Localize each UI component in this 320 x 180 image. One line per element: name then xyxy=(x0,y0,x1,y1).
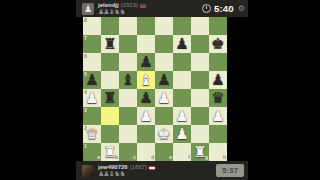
square-f7[interactable]: ♟ xyxy=(173,35,191,53)
square-b8[interactable] xyxy=(101,17,119,35)
square-g4[interactable] xyxy=(191,89,209,107)
rank-label-7: 7 xyxy=(84,36,87,41)
piece-white-pawn[interactable]: ♟ xyxy=(173,107,191,125)
piece-white-pawn[interactable]: ♟ xyxy=(137,107,155,125)
top-player-clock: 5:40 xyxy=(214,3,234,14)
piece-black-rook[interactable]: ♜ xyxy=(101,89,119,107)
piece-white-pawn[interactable]: ♟ xyxy=(173,125,191,143)
top-player-bar: ♟ jelendjj (1919) ♟♟♝♞♞ 5:40 ⚙ xyxy=(76,0,248,17)
square-a7[interactable]: 7 xyxy=(83,35,101,53)
piece-white-bishop[interactable]: ♝ xyxy=(137,71,155,89)
square-g7[interactable] xyxy=(191,35,209,53)
bottom-player-avatar[interactable] xyxy=(82,165,94,177)
square-d5[interactable]: ♝ xyxy=(137,71,155,89)
square-c2[interactable] xyxy=(119,125,137,143)
piece-black-queen[interactable]: ♛ xyxy=(209,89,227,107)
square-h3[interactable]: ♟ xyxy=(209,107,227,125)
bottom-player-rating: (1667) xyxy=(130,164,147,171)
bottom-player-info: jew490726 (1667) ♟♟♝♞♞ xyxy=(98,164,155,177)
piece-black-pawn[interactable]: ♟ xyxy=(173,35,191,53)
square-d7[interactable] xyxy=(137,35,155,53)
square-f5[interactable] xyxy=(173,71,191,89)
file-label-d: d xyxy=(151,155,154,160)
square-h1[interactable]: h xyxy=(209,143,227,161)
square-c7[interactable] xyxy=(119,35,137,53)
piece-black-pawn[interactable]: ♟ xyxy=(209,71,227,89)
bottom-player-flag-icon xyxy=(149,166,155,170)
top-right-controls: 5:40 ⚙ xyxy=(202,3,245,14)
square-e2[interactable]: ♚ xyxy=(155,125,173,143)
square-d4[interactable]: ♟ xyxy=(137,89,155,107)
square-f1[interactable]: f xyxy=(173,143,191,161)
square-d8[interactable] xyxy=(137,17,155,35)
square-e4[interactable]: ♟ xyxy=(155,89,173,107)
square-c1[interactable]: c xyxy=(119,143,137,161)
square-h4[interactable]: ♛ xyxy=(209,89,227,107)
square-g3[interactable] xyxy=(191,107,209,125)
file-label-f: f xyxy=(188,155,190,160)
piece-black-bishop[interactable]: ♝ xyxy=(119,71,137,89)
square-h6[interactable] xyxy=(209,53,227,71)
square-b1[interactable]: b♜ xyxy=(101,143,119,161)
square-a4[interactable]: 4♟ xyxy=(83,89,101,107)
piece-black-pawn[interactable]: ♟ xyxy=(137,53,155,71)
rank-label-6: 6 xyxy=(84,54,87,59)
avatar-piece-icon: ♟ xyxy=(84,3,92,15)
piece-black-rook[interactable]: ♜ xyxy=(101,35,119,53)
square-h2[interactable] xyxy=(209,125,227,143)
square-e8[interactable] xyxy=(155,17,173,35)
square-c8[interactable] xyxy=(119,17,137,35)
square-b6[interactable] xyxy=(101,53,119,71)
file-label-e: e xyxy=(169,155,172,160)
square-h7[interactable]: ♚ xyxy=(209,35,227,53)
chess-board[interactable]: 87♜♟♚6♟5♟♝♝♟♟4♟♜♟♟♛3♟♟♟2♛♚♟1ab♜cdefg♜h xyxy=(83,17,227,161)
piece-black-pawn[interactable]: ♟ xyxy=(83,71,101,89)
square-a3[interactable]: 3 xyxy=(83,107,101,125)
rank-label-1: 1 xyxy=(84,144,87,149)
square-a1[interactable]: 1a xyxy=(83,143,101,161)
top-player-flag-icon xyxy=(140,4,146,8)
square-c5[interactable]: ♝ xyxy=(119,71,137,89)
file-label-h: h xyxy=(223,155,226,160)
square-a2[interactable]: 2♛ xyxy=(83,125,101,143)
top-player-info: jelendjj (1919) ♟♟♝♞♞ xyxy=(98,2,146,15)
piece-white-rook[interactable]: ♜ xyxy=(191,143,209,161)
square-h8[interactable] xyxy=(209,17,227,35)
square-f2[interactable]: ♟ xyxy=(173,125,191,143)
piece-white-rook[interactable]: ♜ xyxy=(101,143,119,161)
square-e3[interactable] xyxy=(155,107,173,125)
square-b2[interactable] xyxy=(101,125,119,143)
square-a5[interactable]: 5♟ xyxy=(83,71,101,89)
square-c6[interactable] xyxy=(119,53,137,71)
square-f3[interactable]: ♟ xyxy=(173,107,191,125)
square-e6[interactable] xyxy=(155,53,173,71)
app-window: ♟ jelendjj (1919) ♟♟♝♞♞ 5:40 ⚙ 87♜♟♚6♟5♟… xyxy=(0,0,320,180)
captured-knight-icon: ♞ xyxy=(119,8,124,15)
square-e7[interactable] xyxy=(155,35,173,53)
captured-knight-icon: ♞ xyxy=(119,170,124,177)
square-b4[interactable]: ♜ xyxy=(101,89,119,107)
square-g1[interactable]: g♜ xyxy=(191,143,209,161)
bottom-player-clock: 5:37 xyxy=(216,164,244,177)
square-f8[interactable] xyxy=(173,17,191,35)
square-a8[interactable]: 8 xyxy=(83,17,101,35)
square-g2[interactable] xyxy=(191,125,209,143)
gear-icon[interactable]: ⚙ xyxy=(238,5,245,13)
bottom-player-bar: jew490726 (1667) ♟♟♝♞♞ 5:37 xyxy=(76,161,248,180)
square-d2[interactable] xyxy=(137,125,155,143)
piece-white-pawn[interactable]: ♟ xyxy=(83,89,101,107)
piece-white-pawn[interactable]: ♟ xyxy=(155,89,173,107)
square-c4[interactable] xyxy=(119,89,137,107)
piece-black-pawn[interactable]: ♟ xyxy=(137,89,155,107)
square-g6[interactable] xyxy=(191,53,209,71)
square-b7[interactable]: ♜ xyxy=(101,35,119,53)
piece-black-pawn[interactable]: ♟ xyxy=(155,71,173,89)
piece-white-king[interactable]: ♚ xyxy=(155,125,173,143)
square-c3[interactable] xyxy=(119,107,137,125)
square-f4[interactable] xyxy=(173,89,191,107)
square-d3[interactable]: ♟ xyxy=(137,107,155,125)
top-player-captured-pieces: ♟♟♝♞♞ xyxy=(98,9,146,15)
square-g5[interactable] xyxy=(191,71,209,89)
square-d6[interactable]: ♟ xyxy=(137,53,155,71)
square-f6[interactable] xyxy=(173,53,191,71)
file-label-a: a xyxy=(97,155,100,160)
bottom-player-captured-pieces: ♟♟♝♞♞ xyxy=(98,171,155,177)
square-a6[interactable]: 6 xyxy=(83,53,101,71)
square-d1[interactable]: d xyxy=(137,143,155,161)
square-b3[interactable] xyxy=(101,107,119,125)
square-b5[interactable] xyxy=(101,71,119,89)
piece-black-king[interactable]: ♚ xyxy=(209,35,227,53)
rank-label-8: 8 xyxy=(84,18,87,23)
piece-white-pawn[interactable]: ♟ xyxy=(209,107,227,125)
square-h5[interactable]: ♟ xyxy=(209,71,227,89)
square-e5[interactable]: ♟ xyxy=(155,71,173,89)
clock-face-icon[interactable] xyxy=(202,4,211,13)
rank-label-3: 3 xyxy=(84,108,87,113)
file-label-c: c xyxy=(133,155,136,160)
square-g8[interactable] xyxy=(191,17,209,35)
top-player-avatar[interactable]: ♟ xyxy=(82,3,94,15)
square-e1[interactable]: e xyxy=(155,143,173,161)
piece-white-queen[interactable]: ♛ xyxy=(83,125,101,143)
